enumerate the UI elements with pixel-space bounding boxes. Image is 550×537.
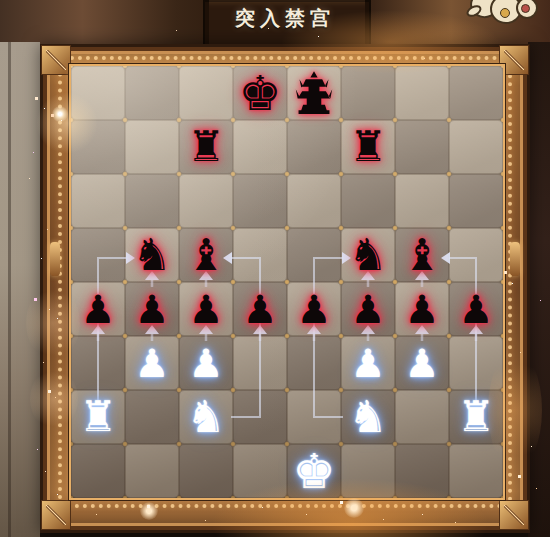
- piece-black-pawn-b4[interactable]: ♟: [125, 282, 179, 336]
- square-a1[interactable]: [71, 444, 125, 498]
- piece-black-rook-c7[interactable]: ♜: [179, 120, 233, 174]
- square-e2[interactable]: [287, 390, 341, 444]
- piece-white-knight-f2[interactable]: ♞: [341, 390, 395, 444]
- square-d7[interactable]: [233, 120, 287, 174]
- square-b7[interactable]: [125, 120, 179, 174]
- piece-white-rook-a2[interactable]: ♜: [71, 390, 125, 444]
- square-c1[interactable]: [179, 444, 233, 498]
- square-e6[interactable]: [287, 174, 341, 228]
- piece-black-rook-f7[interactable]: ♜: [341, 120, 395, 174]
- square-a6[interactable]: [71, 174, 125, 228]
- piece-white-pawn-f3[interactable]: ♟: [341, 336, 395, 390]
- piece-black-bishop-g5[interactable]: ♝: [395, 228, 449, 282]
- left-wall: [0, 42, 40, 537]
- square-g7[interactable]: [395, 120, 449, 174]
- square-g8[interactable]: [395, 66, 449, 120]
- square-e7[interactable]: [287, 120, 341, 174]
- square-d2[interactable]: [233, 390, 287, 444]
- piece-black-pagoda-e8[interactable]: [287, 66, 341, 120]
- piece-white-knight-c2[interactable]: ♞: [179, 390, 233, 444]
- piece-black-knight-b5[interactable]: ♞: [125, 228, 179, 282]
- square-b6[interactable]: [125, 174, 179, 228]
- right-background: [528, 42, 550, 537]
- square-h6[interactable]: [449, 174, 503, 228]
- frame-medallion-right: [510, 242, 520, 276]
- piece-white-king-e1[interactable]: ♚: [287, 444, 341, 498]
- square-a5[interactable]: [71, 228, 125, 282]
- frame-medallion-left: [50, 242, 60, 276]
- piece-white-pawn-g3[interactable]: ♟: [395, 336, 449, 390]
- square-h7[interactable]: [449, 120, 503, 174]
- piece-white-rook-h2[interactable]: ♜: [449, 390, 503, 444]
- piece-black-king-d8[interactable]: ♚: [233, 66, 287, 120]
- square-h1[interactable]: [449, 444, 503, 498]
- pagoda-glyph: [294, 70, 334, 116]
- square-a7[interactable]: [71, 120, 125, 174]
- square-b2[interactable]: [125, 390, 179, 444]
- square-c8[interactable]: [179, 66, 233, 120]
- square-b8[interactable]: [125, 66, 179, 120]
- square-g6[interactable]: [395, 174, 449, 228]
- square-a3[interactable]: [71, 336, 125, 390]
- square-h8[interactable]: [449, 66, 503, 120]
- frame-corner-top-left: [41, 45, 71, 75]
- piece-black-bishop-c5[interactable]: ♝: [179, 228, 233, 282]
- corner-ornament-dot: [521, 4, 530, 13]
- square-g1[interactable]: [395, 444, 449, 498]
- square-b1[interactable]: [125, 444, 179, 498]
- square-d1[interactable]: [233, 444, 287, 498]
- square-a8[interactable]: [71, 66, 125, 120]
- piece-black-pawn-f4[interactable]: ♟: [341, 282, 395, 336]
- square-g2[interactable]: [395, 390, 449, 444]
- piece-white-pawn-b3[interactable]: ♟: [125, 336, 179, 390]
- piece-black-knight-f5[interactable]: ♞: [341, 228, 395, 282]
- square-d6[interactable]: [233, 174, 287, 228]
- square-f8[interactable]: [341, 66, 395, 120]
- square-e5[interactable]: [287, 228, 341, 282]
- piece-black-pawn-c4[interactable]: ♟: [179, 282, 233, 336]
- frame-corner-bottom-right: [499, 500, 529, 530]
- square-f6[interactable]: [341, 174, 395, 228]
- square-h5[interactable]: [449, 228, 503, 282]
- piece-black-pawn-e4[interactable]: ♟: [287, 282, 341, 336]
- square-d3[interactable]: [233, 336, 287, 390]
- square-h3[interactable]: [449, 336, 503, 390]
- piece-black-pawn-a4[interactable]: ♟: [71, 282, 125, 336]
- piece-black-pawn-g4[interactable]: ♟: [395, 282, 449, 336]
- square-e3[interactable]: [287, 336, 341, 390]
- piece-black-pawn-d4[interactable]: ♟: [233, 282, 287, 336]
- piece-white-pawn-c3[interactable]: ♟: [179, 336, 233, 390]
- piece-black-pawn-h4[interactable]: ♟: [449, 282, 503, 336]
- square-c6[interactable]: [179, 174, 233, 228]
- square-f1[interactable]: [341, 444, 395, 498]
- square-d5[interactable]: [233, 228, 287, 282]
- frame-corner-bottom-left: [41, 500, 71, 530]
- game-scene: ♚♜♜♞♝♞♝♟♟♟♟♟♟♟♟♟♟♟♟♜♞♞♜♚ 突入禁宫: [0, 0, 550, 537]
- corner-ornament-dot: [500, 8, 510, 18]
